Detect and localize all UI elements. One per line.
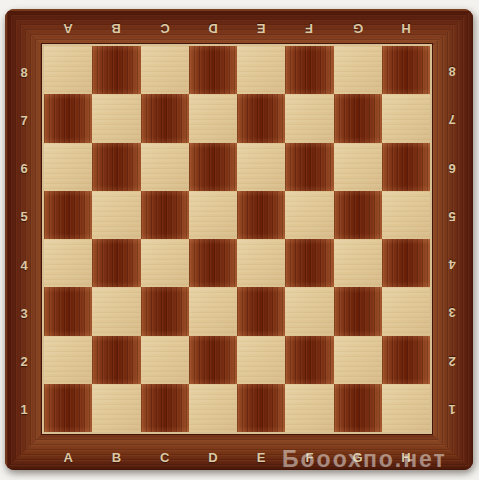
square-e4[interactable] (237, 239, 285, 287)
square-b4[interactable] (92, 239, 140, 287)
square-c8[interactable] (141, 46, 189, 94)
coord-label-3: 3 (443, 289, 461, 337)
square-f1[interactable] (285, 384, 333, 432)
coord-label-3: 3 (15, 289, 33, 337)
coord-label-B: B (92, 449, 140, 465)
square-f2[interactable] (285, 336, 333, 384)
square-e5[interactable] (237, 191, 285, 239)
coord-label-5: 5 (443, 193, 461, 241)
square-g7[interactable] (334, 94, 382, 142)
square-a8[interactable] (44, 46, 92, 94)
coord-label-1: 1 (443, 386, 461, 434)
square-a1[interactable] (44, 384, 92, 432)
square-d1[interactable] (189, 384, 237, 432)
coord-label-E: E (237, 21, 285, 37)
square-a4[interactable] (44, 239, 92, 287)
coord-label-5: 5 (15, 193, 33, 241)
square-g5[interactable] (334, 191, 382, 239)
square-f5[interactable] (285, 191, 333, 239)
square-b6[interactable] (92, 143, 140, 191)
square-c5[interactable] (141, 191, 189, 239)
coord-label-2: 2 (15, 338, 33, 386)
square-b8[interactable] (92, 46, 140, 94)
square-h5[interactable] (382, 191, 430, 239)
coord-label-D: D (189, 21, 237, 37)
coord-label-H: H (382, 21, 430, 37)
square-f3[interactable] (285, 287, 333, 335)
coord-label-C: C (141, 21, 189, 37)
coord-label-6: 6 (443, 145, 461, 193)
coord-label-D: D (189, 449, 237, 465)
square-e6[interactable] (237, 143, 285, 191)
coord-label-F: F (285, 21, 333, 37)
square-d4[interactable] (189, 239, 237, 287)
square-g1[interactable] (334, 384, 382, 432)
square-g8[interactable] (334, 46, 382, 94)
square-h6[interactable] (382, 143, 430, 191)
coord-label-B: B (92, 21, 140, 37)
photo-background: ABCDEFGH ABCDEFGH 87654321 87654321 Бооо… (0, 0, 479, 480)
square-a5[interactable] (44, 191, 92, 239)
coord-label-4: 4 (443, 241, 461, 289)
square-h3[interactable] (382, 287, 430, 335)
square-h2[interactable] (382, 336, 430, 384)
square-h8[interactable] (382, 46, 430, 94)
square-a3[interactable] (44, 287, 92, 335)
square-a2[interactable] (44, 336, 92, 384)
watermark-text: Бооохпо.нет (282, 446, 447, 473)
square-g4[interactable] (334, 239, 382, 287)
square-h7[interactable] (382, 94, 430, 142)
square-h4[interactable] (382, 239, 430, 287)
playing-field (42, 44, 432, 434)
coord-label-4: 4 (15, 241, 33, 289)
square-d8[interactable] (189, 46, 237, 94)
square-f6[interactable] (285, 143, 333, 191)
coord-label-C: C (141, 449, 189, 465)
square-c7[interactable] (141, 94, 189, 142)
square-a6[interactable] (44, 143, 92, 191)
square-c2[interactable] (141, 336, 189, 384)
square-h1[interactable] (382, 384, 430, 432)
square-g2[interactable] (334, 336, 382, 384)
coord-label-A: A (44, 21, 92, 37)
square-b3[interactable] (92, 287, 140, 335)
square-f8[interactable] (285, 46, 333, 94)
coord-label-2: 2 (443, 338, 461, 386)
rank-labels-left: 87654321 (15, 48, 33, 434)
square-d5[interactable] (189, 191, 237, 239)
square-d2[interactable] (189, 336, 237, 384)
square-c6[interactable] (141, 143, 189, 191)
coord-label-7: 7 (443, 96, 461, 144)
square-e8[interactable] (237, 46, 285, 94)
square-e2[interactable] (237, 336, 285, 384)
coord-label-G: G (334, 21, 382, 37)
square-f7[interactable] (285, 94, 333, 142)
coord-label-E: E (237, 449, 285, 465)
square-d6[interactable] (189, 143, 237, 191)
square-c1[interactable] (141, 384, 189, 432)
square-b2[interactable] (92, 336, 140, 384)
square-g3[interactable] (334, 287, 382, 335)
square-e1[interactable] (237, 384, 285, 432)
coord-label-7: 7 (15, 96, 33, 144)
board-grid (44, 46, 430, 432)
square-e3[interactable] (237, 287, 285, 335)
square-d7[interactable] (189, 94, 237, 142)
coord-label-A: A (44, 449, 92, 465)
square-c4[interactable] (141, 239, 189, 287)
coord-label-8: 8 (443, 48, 461, 96)
square-b1[interactable] (92, 384, 140, 432)
file-labels-top: ABCDEFGH (44, 21, 430, 37)
chess-board: ABCDEFGH ABCDEFGH 87654321 87654321 (5, 9, 473, 470)
coord-label-1: 1 (15, 386, 33, 434)
square-f4[interactable] (285, 239, 333, 287)
square-b5[interactable] (92, 191, 140, 239)
square-g6[interactable] (334, 143, 382, 191)
square-d3[interactable] (189, 287, 237, 335)
rank-labels-right: 87654321 (443, 48, 461, 434)
coord-label-6: 6 (15, 145, 33, 193)
square-e7[interactable] (237, 94, 285, 142)
square-c3[interactable] (141, 287, 189, 335)
square-a7[interactable] (44, 94, 92, 142)
square-b7[interactable] (92, 94, 140, 142)
coord-label-8: 8 (15, 48, 33, 96)
